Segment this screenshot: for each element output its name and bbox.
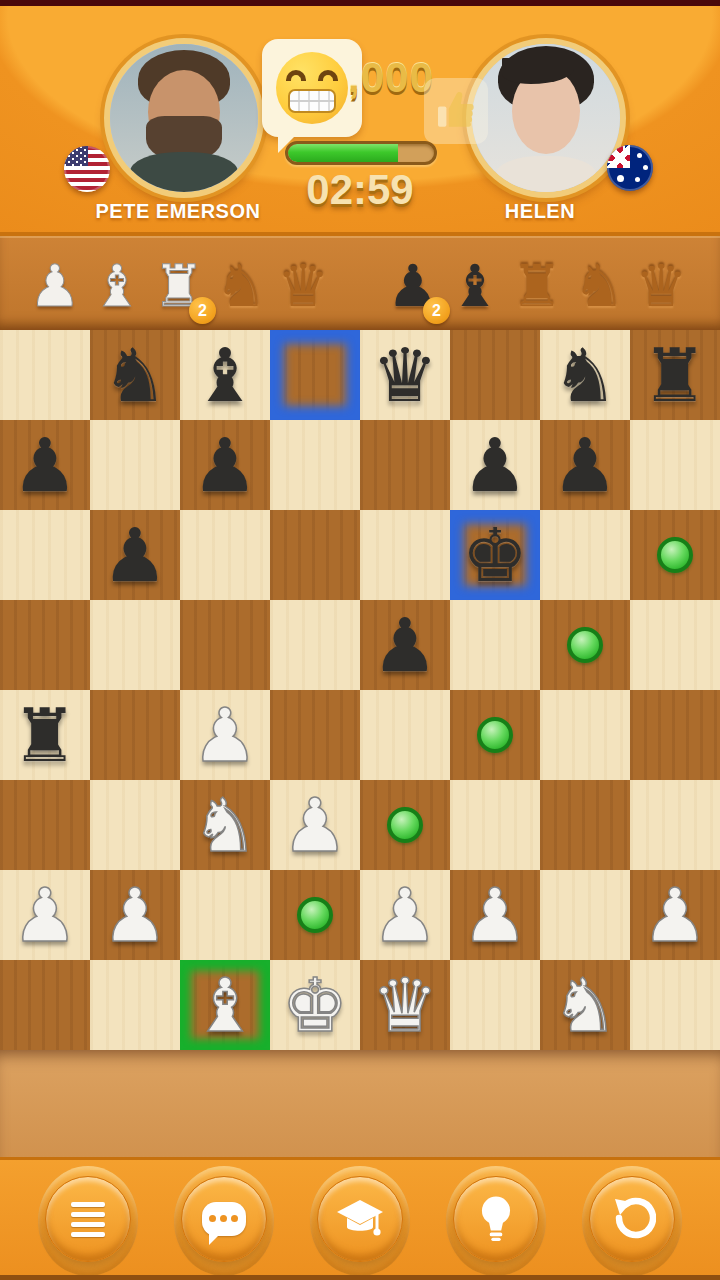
button-cup bbox=[310, 1166, 410, 1276]
square-g1[interactable]: ♞ bbox=[540, 960, 630, 1050]
square-h4[interactable] bbox=[630, 690, 720, 780]
square-d8[interactable] bbox=[270, 330, 360, 420]
square-a8[interactable] bbox=[0, 330, 90, 420]
black-captured-bishop: ♝ bbox=[449, 246, 501, 326]
button-cup bbox=[582, 1166, 682, 1276]
square-a6[interactable] bbox=[0, 510, 90, 600]
undo-icon bbox=[608, 1195, 656, 1243]
square-a2[interactable]: ♟ bbox=[0, 870, 90, 960]
captured-slot: ♞ bbox=[568, 240, 630, 326]
button-cup bbox=[174, 1166, 274, 1276]
white-pawn-a2: ♟ bbox=[0, 870, 90, 960]
graduation-cap-icon bbox=[335, 1196, 385, 1242]
white-pawn-f2: ♟ bbox=[450, 870, 540, 960]
captured-slot: ♟2 bbox=[382, 240, 444, 326]
us-flag-icon bbox=[64, 146, 110, 192]
square-c3[interactable]: ♞ bbox=[180, 780, 270, 870]
square-a1[interactable] bbox=[0, 960, 90, 1050]
white-pawn-c4: ♟ bbox=[180, 690, 270, 780]
square-a7[interactable]: ♟ bbox=[0, 420, 90, 510]
button-cup bbox=[446, 1166, 546, 1276]
chess-board: ♞♝♛♞♜♟♟♟♟♟♚♟♜♟♞♟♟♟♟♟♟♝♚♛♞ bbox=[0, 330, 720, 1050]
square-c2[interactable] bbox=[180, 870, 270, 960]
thumbs-up-icon[interactable] bbox=[424, 78, 488, 144]
captured-slot: ♞ bbox=[210, 240, 272, 326]
square-h7[interactable] bbox=[630, 420, 720, 510]
undo-button[interactable] bbox=[589, 1176, 675, 1262]
ghost-queen: ♛ bbox=[277, 246, 329, 326]
us-flag-canton bbox=[64, 146, 88, 166]
square-f4[interactable] bbox=[450, 690, 540, 780]
board-shelf bbox=[0, 1050, 720, 1157]
chat-icon bbox=[202, 1202, 246, 1236]
captured-white-pieces: ♟♝♜2♞♛ bbox=[24, 240, 334, 326]
flag-star bbox=[635, 177, 640, 182]
lightbulb-icon bbox=[476, 1194, 516, 1244]
learn-button[interactable] bbox=[317, 1176, 403, 1262]
square-h8[interactable]: ♜ bbox=[630, 330, 720, 420]
white-knight-c3: ♞ bbox=[180, 780, 270, 870]
square-h2[interactable]: ♟ bbox=[630, 870, 720, 960]
button-cup bbox=[38, 1166, 138, 1276]
captured-black-pieces: ♟2♝♜♞♛ bbox=[382, 240, 692, 326]
square-f7[interactable]: ♟ bbox=[450, 420, 540, 510]
square-f2[interactable]: ♟ bbox=[450, 870, 540, 960]
square-c6[interactable] bbox=[180, 510, 270, 600]
captured-slot: ♝ bbox=[444, 240, 506, 326]
flag-star bbox=[643, 165, 648, 170]
square-g6[interactable] bbox=[540, 510, 630, 600]
square-g5[interactable] bbox=[540, 600, 630, 690]
square-d7[interactable] bbox=[270, 420, 360, 510]
emoji-mouth bbox=[288, 89, 336, 113]
square-d3[interactable]: ♟ bbox=[270, 780, 360, 870]
emote-bubble[interactable] bbox=[262, 39, 362, 137]
australia-flag-icon bbox=[607, 145, 653, 191]
square-g4[interactable] bbox=[540, 690, 630, 780]
avatar-helen[interactable] bbox=[466, 38, 626, 198]
square-c4[interactable]: ♟ bbox=[180, 690, 270, 780]
white-pawn-d3: ♟ bbox=[270, 780, 360, 870]
flag-star bbox=[617, 175, 624, 182]
game-screen: PETE EMERSON HELEN ,000 02:59 ♟♝♜2♞♛ ♟2♝… bbox=[0, 0, 720, 1280]
avatar-shoulders bbox=[496, 156, 596, 196]
grinning-teeth-emoji bbox=[276, 52, 348, 124]
square-b2[interactable]: ♟ bbox=[90, 870, 180, 960]
white-king-d1: ♚ bbox=[270, 960, 360, 1050]
black-rook-a4: ♜ bbox=[0, 690, 90, 780]
ghost-queen: ♛ bbox=[635, 246, 687, 326]
square-h3[interactable] bbox=[630, 780, 720, 870]
square-d5[interactable] bbox=[270, 600, 360, 690]
square-g7[interactable]: ♟ bbox=[540, 420, 630, 510]
legal-move-dot-f4[interactable] bbox=[477, 717, 513, 753]
white-captured-bishop: ♝ bbox=[91, 246, 143, 326]
square-a5[interactable] bbox=[0, 600, 90, 690]
bottom-toolbar bbox=[0, 1157, 720, 1280]
black-pawn-e5: ♟ bbox=[360, 600, 450, 690]
square-d6[interactable] bbox=[270, 510, 360, 600]
chat-button[interactable] bbox=[181, 1176, 267, 1262]
square-e1[interactable]: ♛ bbox=[360, 960, 450, 1050]
emoji-eye bbox=[286, 70, 306, 81]
square-d2[interactable] bbox=[270, 870, 360, 960]
match-header: PETE EMERSON HELEN ,000 02:59 bbox=[0, 6, 720, 236]
square-d1[interactable]: ♚ bbox=[270, 960, 360, 1050]
captured-slot: ♛ bbox=[630, 240, 692, 326]
white-captured-pawn: ♟ bbox=[29, 246, 81, 326]
menu-button[interactable] bbox=[45, 1176, 131, 1262]
square-c1[interactable]: ♝ bbox=[180, 960, 270, 1050]
square-h1[interactable] bbox=[630, 960, 720, 1050]
avatar-pete[interactable] bbox=[104, 38, 264, 198]
square-f6[interactable]: ♚ bbox=[450, 510, 540, 600]
square-b1[interactable] bbox=[90, 960, 180, 1050]
square-e3[interactable] bbox=[360, 780, 450, 870]
square-e6[interactable] bbox=[360, 510, 450, 600]
flag-star bbox=[637, 153, 642, 158]
move-timer-progress bbox=[285, 141, 437, 165]
white-pawn-h2: ♟ bbox=[630, 870, 720, 960]
black-knight-g8: ♞ bbox=[540, 330, 630, 420]
captured-slot: ♟ bbox=[24, 240, 86, 326]
square-g3[interactable] bbox=[540, 780, 630, 870]
square-f3[interactable] bbox=[450, 780, 540, 870]
legal-move-dot-h6[interactable] bbox=[657, 537, 693, 573]
black-pawn-g7: ♟ bbox=[540, 420, 630, 510]
clock-timer: 02:59 bbox=[260, 166, 460, 214]
square-a4[interactable]: ♜ bbox=[0, 690, 90, 780]
square-c5[interactable] bbox=[180, 600, 270, 690]
ghost-rook: ♜ bbox=[511, 246, 563, 326]
square-f5[interactable] bbox=[450, 600, 540, 690]
emoji-eye bbox=[318, 70, 338, 81]
white-pawn-b2: ♟ bbox=[90, 870, 180, 960]
captured-pieces-tray: ♟♝♜2♞♛ ♟2♝♜♞♛ bbox=[0, 236, 720, 330]
square-b8[interactable]: ♞ bbox=[90, 330, 180, 420]
progress-fill bbox=[288, 144, 398, 162]
square-f8[interactable] bbox=[450, 330, 540, 420]
ghost-knight: ♞ bbox=[215, 246, 267, 326]
black-bishop-c8: ♝ bbox=[180, 330, 270, 420]
square-e5[interactable]: ♟ bbox=[360, 600, 450, 690]
square-h6[interactable] bbox=[630, 510, 720, 600]
prize-amount: ,000 bbox=[348, 54, 434, 102]
black-pawn-f7: ♟ bbox=[450, 420, 540, 510]
square-a3[interactable] bbox=[0, 780, 90, 870]
square-f1[interactable] bbox=[450, 960, 540, 1050]
legal-move-dot-e3[interactable] bbox=[387, 807, 423, 843]
square-b6[interactable]: ♟ bbox=[90, 510, 180, 600]
square-c8[interactable]: ♝ bbox=[180, 330, 270, 420]
avatar-shoulders bbox=[130, 152, 238, 196]
white-bishop-c1: ♝ bbox=[180, 960, 270, 1050]
square-e2[interactable]: ♟ bbox=[360, 870, 450, 960]
captured-slot: ♛ bbox=[272, 240, 334, 326]
square-b7[interactable] bbox=[90, 420, 180, 510]
square-e7[interactable] bbox=[360, 420, 450, 510]
square-b5[interactable] bbox=[90, 600, 180, 690]
black-knight-b8: ♞ bbox=[90, 330, 180, 420]
white-pawn-e2: ♟ bbox=[360, 870, 450, 960]
white-knight-g1: ♞ bbox=[540, 960, 630, 1050]
square-h5[interactable] bbox=[630, 600, 720, 690]
black-rook-h8: ♜ bbox=[630, 330, 720, 420]
ghost-knight: ♞ bbox=[573, 246, 625, 326]
legal-move-dot-d2[interactable] bbox=[297, 897, 333, 933]
black-pawn-b6: ♟ bbox=[90, 510, 180, 600]
square-g2[interactable] bbox=[540, 870, 630, 960]
captured-slot: ♜2 bbox=[148, 240, 210, 326]
square-b3[interactable] bbox=[90, 780, 180, 870]
square-e8[interactable]: ♛ bbox=[360, 330, 450, 420]
square-e4[interactable] bbox=[360, 690, 450, 780]
black-pawn-c7: ♟ bbox=[180, 420, 270, 510]
square-c7[interactable]: ♟ bbox=[180, 420, 270, 510]
captured-slot: ♝ bbox=[86, 240, 148, 326]
square-b4[interactable] bbox=[90, 690, 180, 780]
white-queen-e1: ♛ bbox=[360, 960, 450, 1050]
black-pawn-a7: ♟ bbox=[0, 420, 90, 510]
square-d4[interactable] bbox=[270, 690, 360, 780]
legal-move-dot-g5[interactable] bbox=[567, 627, 603, 663]
menu-icon bbox=[71, 1202, 105, 1237]
black-queen-e8: ♛ bbox=[360, 330, 450, 420]
square-g8[interactable]: ♞ bbox=[540, 330, 630, 420]
black-king-f6: ♚ bbox=[450, 510, 540, 600]
captured-slot: ♜ bbox=[506, 240, 568, 326]
hint-button[interactable] bbox=[453, 1176, 539, 1262]
